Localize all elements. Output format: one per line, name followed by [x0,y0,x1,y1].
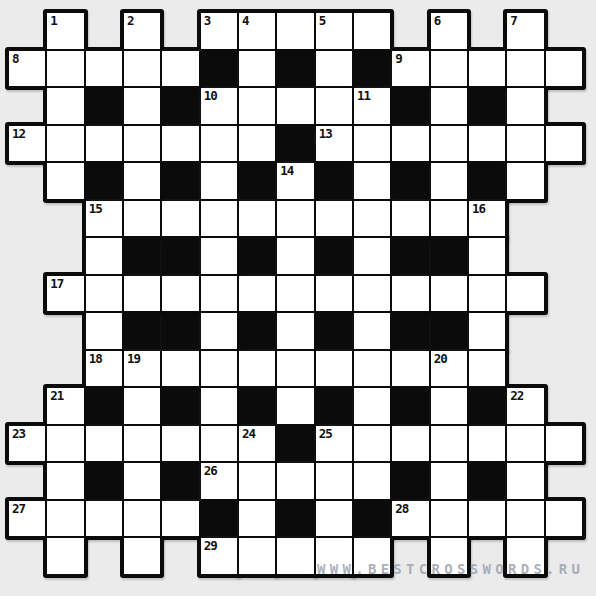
black-cell-r10c6 [239,388,275,424]
black-cell-r4c6 [239,163,275,199]
white-cell-r0c9[interactable] [354,13,390,49]
white-cell-r1c3[interactable] [124,51,160,87]
white-cell-r10c13[interactable]: 22 [507,388,543,424]
crossword-board: 1234567891011121314151617181920212223242… [0,0,596,596]
black-cell-r8c3 [124,313,160,349]
white-cell-r2c6[interactable] [239,88,275,124]
clue-number-7: 7 [510,14,517,27]
white-cell-r7c5[interactable] [201,276,237,312]
white-cell-r2c3[interactable] [124,88,160,124]
white-cell-r2c11[interactable] [431,88,467,124]
black-cell-r4c10 [392,163,428,199]
white-cell-r1c11[interactable] [431,51,467,87]
white-cell-r11c1[interactable] [47,426,83,462]
white-cell-r1c4[interactable] [162,51,198,87]
white-cell-r3c6[interactable] [239,126,275,162]
white-cell-r6c7[interactable] [277,238,313,274]
clue-number-5: 5 [319,14,326,27]
black-cell-r8c11 [431,313,467,349]
white-cell-r0c3[interactable]: 2 [124,13,160,49]
white-cell-r3c14[interactable] [546,126,582,162]
white-cell-r3c10[interactable] [392,126,428,162]
clue-number-25: 25 [319,427,332,440]
clue-number-1: 1 [50,14,57,27]
white-cell-r11c11[interactable] [431,426,467,462]
white-cell-r6c9[interactable] [354,238,390,274]
white-cell-r10c3[interactable] [124,388,160,424]
white-cell-r0c6[interactable]: 4 [239,13,275,49]
white-cell-r11c13[interactable] [507,426,543,462]
white-cell-r4c13[interactable] [507,163,543,199]
white-cell-r11c12[interactable] [469,426,505,462]
white-cell-r6c12[interactable] [469,238,505,274]
white-cell-r11c14[interactable] [546,426,582,462]
white-cell-r7c2[interactable] [86,276,122,312]
white-cell-r11c3[interactable] [124,426,160,462]
white-cell-r3c11[interactable] [431,126,467,162]
white-cell-r1c14[interactable] [546,51,582,87]
white-cell-r10c11[interactable] [431,388,467,424]
white-cell-r3c13[interactable] [507,126,543,162]
white-cell-r11c9[interactable] [354,426,390,462]
clue-number-12: 12 [12,127,25,140]
white-cell-r0c11[interactable]: 6 [431,13,467,49]
white-cell-r7c1[interactable]: 17 [47,276,83,312]
white-cell-r7c4[interactable] [162,276,198,312]
white-cell-r7c3[interactable] [124,276,160,312]
clue-number-14: 14 [280,164,293,177]
black-cell-r1c9 [354,51,390,87]
white-cell-r3c0[interactable]: 12 [9,126,45,162]
black-cell-r6c10 [392,238,428,274]
white-cell-r13c14[interactable] [546,501,582,537]
white-cell-r7c12[interactable] [469,276,505,312]
black-cell-r10c2 [86,388,122,424]
white-cell-r1c10[interactable]: 9 [392,51,428,87]
white-cell-r9c6[interactable] [239,351,275,387]
clue-number-6: 6 [434,14,441,27]
white-cell-r8c2[interactable] [86,313,122,349]
white-cell-r1c6[interactable] [239,51,275,87]
white-cell-r13c12[interactable] [469,501,505,537]
white-cell-r9c8[interactable] [316,351,352,387]
black-cell-r4c2 [86,163,122,199]
white-cell-r1c1[interactable] [47,51,83,87]
white-cell-r6c2[interactable] [86,238,122,274]
black-cell-r12c2 [86,463,122,499]
white-cell-r5c9[interactable] [354,201,390,237]
white-cell-r5c12[interactable]: 16 [469,201,505,237]
white-cell-r11c4[interactable] [162,426,198,462]
black-cell-r6c3 [124,238,160,274]
black-cell-r8c4 [162,313,198,349]
white-cell-r12c5[interactable]: 26 [201,463,237,499]
white-cell-r0c8[interactable]: 5 [316,13,352,49]
white-cell-r2c13[interactable] [507,88,543,124]
clue-number-29: 29 [204,539,217,552]
clue-number-11: 11 [357,89,370,102]
black-cell-r13c9 [354,501,390,537]
white-cell-r2c9[interactable]: 11 [354,88,390,124]
clue-number-28: 28 [395,502,408,515]
white-cell-r12c6[interactable] [239,463,275,499]
white-cell-r3c9[interactable] [354,126,390,162]
white-cell-r13c3[interactable] [124,501,160,537]
black-cell-r10c8 [316,388,352,424]
white-cell-r4c9[interactable] [354,163,390,199]
black-cell-r6c4 [162,238,198,274]
white-cell-r3c3[interactable] [124,126,160,162]
white-cell-r9c12[interactable] [469,351,505,387]
white-cell-r9c4[interactable] [162,351,198,387]
clue-number-21: 21 [50,389,63,402]
white-cell-r1c13[interactable] [507,51,543,87]
white-cell-r14c7[interactable] [277,538,313,574]
white-cell-r13c11[interactable] [431,501,467,537]
black-cell-r8c10 [392,313,428,349]
clue-number-22: 22 [510,389,523,402]
black-cell-r2c4 [162,88,198,124]
clue-number-27: 27 [12,502,25,515]
white-cell-r11c8[interactable]: 25 [316,426,352,462]
white-cell-r3c5[interactable] [201,126,237,162]
white-cell-r13c6[interactable] [239,501,275,537]
black-cell-r2c10 [392,88,428,124]
white-cell-r0c1[interactable]: 1 [47,13,83,49]
white-cell-r11c0[interactable]: 23 [9,426,45,462]
black-cell-r10c4 [162,388,198,424]
clue-number-16: 16 [472,202,485,215]
white-cell-r12c13[interactable] [507,463,543,499]
clue-number-2: 2 [127,14,134,27]
white-cell-r5c6[interactable] [239,201,275,237]
white-cell-r5c11[interactable] [431,201,467,237]
clue-number-4: 4 [242,14,249,27]
white-cell-r5c3[interactable] [124,201,160,237]
white-cell-r13c13[interactable] [507,501,543,537]
clue-number-17: 17 [50,277,63,290]
white-cell-r9c3[interactable]: 19 [124,351,160,387]
white-cell-r2c7[interactable] [277,88,313,124]
white-cell-r14c6[interactable] [239,538,275,574]
white-cell-r13c8[interactable] [316,501,352,537]
white-cell-r14c1[interactable] [47,538,83,574]
white-cell-r13c2[interactable] [86,501,122,537]
black-cell-r1c5 [201,51,237,87]
black-cell-r10c12 [469,388,505,424]
white-cell-r7c6[interactable] [239,276,275,312]
white-cell-r5c8[interactable] [316,201,352,237]
white-cell-r1c0[interactable]: 8 [9,51,45,87]
white-cell-r12c1[interactable] [47,463,83,499]
white-cell-r11c6[interactable]: 24 [239,426,275,462]
clue-number-18: 18 [89,352,102,365]
black-cell-r8c6 [239,313,275,349]
clue-number-19: 19 [127,352,140,365]
white-cell-r4c1[interactable] [47,163,83,199]
black-cell-r12c4 [162,463,198,499]
white-cell-r2c1[interactable] [47,88,83,124]
white-cell-r14c3[interactable] [124,538,160,574]
white-cell-r8c7[interactable] [277,313,313,349]
white-cell-r1c8[interactable] [316,51,352,87]
white-cell-r13c0[interactable]: 27 [9,501,45,537]
black-cell-r3c7 [277,126,313,162]
white-cell-r4c3[interactable] [124,163,160,199]
white-cell-r9c10[interactable] [392,351,428,387]
white-cell-r12c8[interactable] [316,463,352,499]
clue-number-24: 24 [242,427,255,440]
white-cell-r11c10[interactable] [392,426,428,462]
white-cell-r8c5[interactable] [201,313,237,349]
black-cell-r1c7 [277,51,313,87]
white-cell-r10c1[interactable]: 21 [47,388,83,424]
clue-number-3: 3 [204,14,211,27]
white-cell-r0c13[interactable]: 7 [507,13,543,49]
white-cell-r7c7[interactable] [277,276,313,312]
white-cell-r12c9[interactable] [354,463,390,499]
white-cell-r14c5[interactable]: 29 [201,538,237,574]
clue-number-15: 15 [89,202,102,215]
white-cell-r12c11[interactable] [431,463,467,499]
black-cell-r2c12 [469,88,505,124]
white-cell-r8c9[interactable] [354,313,390,349]
black-cell-r12c10 [392,463,428,499]
white-cell-r7c13[interactable] [507,276,543,312]
white-cell-r0c5[interactable]: 3 [201,13,237,49]
white-cell-r4c11[interactable] [431,163,467,199]
watermark: WWW.BESTCROSSWORDS.RU [317,561,584,577]
clue-number-23: 23 [12,427,25,440]
white-cell-r4c5[interactable] [201,163,237,199]
white-cell-r7c8[interactable] [316,276,352,312]
white-cell-r11c2[interactable] [86,426,122,462]
black-cell-r4c8 [316,163,352,199]
white-cell-r13c4[interactable] [162,501,198,537]
clue-number-20: 20 [434,352,447,365]
white-cell-r2c5[interactable]: 10 [201,88,237,124]
white-cell-r9c2[interactable]: 18 [86,351,122,387]
white-cell-r5c5[interactable] [201,201,237,237]
black-cell-r11c7 [277,426,313,462]
white-cell-r6c5[interactable] [201,238,237,274]
black-cell-r6c11 [431,238,467,274]
clue-number-10: 10 [204,89,217,102]
clue-number-8: 8 [12,52,19,65]
black-cell-r8c8 [316,313,352,349]
white-cell-r4c7[interactable]: 14 [277,163,313,199]
white-cell-r10c5[interactable] [201,388,237,424]
white-cell-r5c4[interactable] [162,201,198,237]
white-cell-r3c1[interactable] [47,126,83,162]
clue-number-26: 26 [204,464,217,477]
white-cell-r9c5[interactable] [201,351,237,387]
black-cell-r6c6 [239,238,275,274]
white-cell-r11c5[interactable] [201,426,237,462]
white-cell-r5c7[interactable] [277,201,313,237]
black-cell-r12c12 [469,463,505,499]
white-cell-r0c7[interactable] [277,13,313,49]
white-cell-r9c9[interactable] [354,351,390,387]
black-cell-r6c8 [316,238,352,274]
white-cell-r3c4[interactable] [162,126,198,162]
black-cell-r4c4 [162,163,198,199]
black-cell-r10c10 [392,388,428,424]
white-cell-r3c2[interactable] [86,126,122,162]
black-cell-r2c2 [86,88,122,124]
white-cell-r7c10[interactable] [392,276,428,312]
white-cell-r13c1[interactable] [47,501,83,537]
black-cell-r4c12 [469,163,505,199]
white-cell-r7c11[interactable] [431,276,467,312]
white-cell-r2c8[interactable] [316,88,352,124]
clue-number-13: 13 [319,127,332,140]
white-cell-r8c12[interactable] [469,313,505,349]
white-cell-r13c10[interactable]: 28 [392,501,428,537]
white-cell-r1c2[interactable] [86,51,122,87]
black-cell-r13c5 [201,501,237,537]
white-cell-r5c2[interactable]: 15 [86,201,122,237]
white-cell-r12c7[interactable] [277,463,313,499]
white-cell-r3c12[interactable] [469,126,505,162]
white-cell-r9c11[interactable]: 20 [431,351,467,387]
white-cell-r1c12[interactable] [469,51,505,87]
white-cell-r10c7[interactable] [277,388,313,424]
black-cell-r13c7 [277,501,313,537]
white-cell-r12c3[interactable] [124,463,160,499]
white-cell-r7c9[interactable] [354,276,390,312]
white-cell-r3c8[interactable]: 13 [316,126,352,162]
white-cell-r9c7[interactable] [277,351,313,387]
white-cell-r5c10[interactable] [392,201,428,237]
clue-number-9: 9 [395,52,402,65]
white-cell-r10c9[interactable] [354,388,390,424]
